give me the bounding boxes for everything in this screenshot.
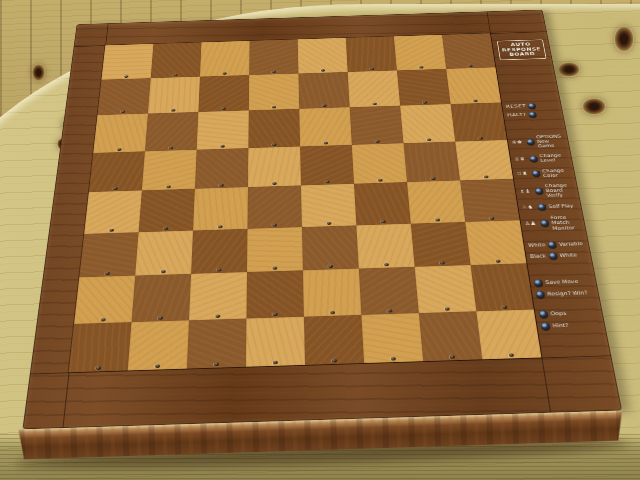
square-b4[interactable] xyxy=(139,189,195,232)
square-b5[interactable] xyxy=(142,149,197,190)
board-frame: AUTO RESPONSE BOARD RESETHALT?♔♚OPTIONS … xyxy=(22,10,622,430)
panel-row-self-play: ♘♞Self Play xyxy=(522,203,581,211)
panel-button-self-play[interactable] xyxy=(538,204,547,211)
sensor-hole xyxy=(96,366,101,370)
square-a5[interactable] xyxy=(89,151,145,192)
sensor-hole xyxy=(381,220,386,223)
sensor-hole xyxy=(370,67,374,69)
square-h4[interactable] xyxy=(460,179,520,222)
sensor-hole xyxy=(105,272,110,275)
panel-button-oops[interactable] xyxy=(539,310,549,317)
sensor-hole xyxy=(387,309,392,312)
panel-label: Resign? Win? xyxy=(547,290,588,297)
square-d5[interactable] xyxy=(248,146,301,187)
sensor-hole xyxy=(332,359,337,362)
sensor-hole xyxy=(419,66,423,68)
piece-symbols-icon: ♙♟ xyxy=(524,221,538,226)
panel-row-change-level: ♕♛Change Level xyxy=(514,153,572,164)
panel-label: HALT? xyxy=(507,112,527,117)
square-g2[interactable] xyxy=(415,265,477,313)
panel-label: Hint? xyxy=(552,323,569,329)
square-g8[interactable] xyxy=(394,35,446,70)
square-a7[interactable] xyxy=(97,78,150,115)
square-a4[interactable] xyxy=(84,190,142,233)
sensor-hole xyxy=(214,363,219,367)
sensor-hole xyxy=(215,314,220,317)
square-d1[interactable] xyxy=(246,316,305,366)
square-f5[interactable] xyxy=(352,143,407,184)
square-e2[interactable] xyxy=(303,269,361,317)
square-f3[interactable] xyxy=(356,223,414,268)
sensor-hole xyxy=(327,222,332,225)
sensor-hole xyxy=(272,143,276,146)
square-g5[interactable] xyxy=(403,141,460,182)
square-d4[interactable] xyxy=(247,185,301,228)
square-g1[interactable] xyxy=(419,311,482,361)
panel-label: RESET xyxy=(505,104,526,109)
square-d6[interactable] xyxy=(248,109,300,148)
sensor-hole xyxy=(124,75,128,77)
square-f7[interactable] xyxy=(348,70,400,107)
sensor-hole xyxy=(223,72,227,74)
piece-symbols-icon: ♖♜ xyxy=(516,172,530,177)
brand-label: AUTO RESPONSE BOARD xyxy=(497,39,547,60)
chessboard-assembly: AUTO RESPONSE BOARD RESETHALT?♔♚OPTIONS … xyxy=(7,0,626,480)
square-b6[interactable] xyxy=(145,112,198,151)
square-c8[interactable] xyxy=(200,41,250,76)
square-c2[interactable] xyxy=(189,272,247,320)
sensor-hole xyxy=(490,216,495,219)
sensor-hole xyxy=(161,270,166,273)
sensor-hole xyxy=(391,357,396,360)
sensor-hole xyxy=(431,177,436,180)
panel-label: OPTIONS New Game xyxy=(536,134,568,149)
sensor-hole xyxy=(109,228,114,231)
sensor-hole xyxy=(273,312,278,315)
sensor-hole xyxy=(423,101,427,104)
sensor-hole xyxy=(328,265,333,268)
panel-row-white: BlackWhite xyxy=(529,251,590,260)
sensor-hole xyxy=(450,355,455,358)
sensor-hole xyxy=(272,182,276,185)
square-g7[interactable] xyxy=(397,69,451,106)
sensor-hole xyxy=(273,361,278,365)
square-h8[interactable] xyxy=(442,33,495,68)
square-c5[interactable] xyxy=(195,148,248,189)
sensor-hole xyxy=(220,145,224,148)
panel-label: Change Board Verify xyxy=(545,183,578,199)
panel-label: Force Match Monitor xyxy=(550,215,584,231)
sensor-hole xyxy=(435,218,440,221)
sensor-hole xyxy=(272,223,276,226)
sensor-hole xyxy=(478,137,483,140)
sensor-hole xyxy=(496,260,501,263)
panel-button-variable[interactable] xyxy=(548,241,557,248)
panel-button-hint[interactable] xyxy=(541,322,551,330)
sensor-hole xyxy=(325,180,329,183)
sensor-hole xyxy=(502,305,507,308)
panel-button-save-move[interactable] xyxy=(534,279,543,286)
sensor-hole xyxy=(378,179,383,182)
square-e1[interactable] xyxy=(304,315,364,365)
sensor-hole xyxy=(473,100,477,103)
square-e6[interactable] xyxy=(299,107,352,146)
square-e3[interactable] xyxy=(302,225,359,270)
sensor-hole xyxy=(169,146,173,149)
piece-symbols-icon: ♕♛ xyxy=(514,157,528,162)
sensor-hole xyxy=(171,109,175,112)
sensor-hole xyxy=(158,316,163,319)
square-h7[interactable] xyxy=(446,67,501,104)
square-h3[interactable] xyxy=(465,220,526,265)
square-e5[interactable] xyxy=(300,145,354,186)
sensor-hole xyxy=(484,175,489,178)
piece-symbols-icon: ♔♚ xyxy=(511,140,524,145)
panel-label: Oops xyxy=(550,311,567,317)
piece-symbols-icon: ♗♝ xyxy=(519,189,533,194)
panel-row-oops: Oops xyxy=(539,309,602,318)
square-b8[interactable] xyxy=(151,42,202,78)
sensor-hole xyxy=(173,74,177,76)
panel-button-resign-win[interactable] xyxy=(536,291,546,298)
sensor-hole xyxy=(117,148,121,151)
sensor-hole xyxy=(272,70,276,72)
square-a1[interactable] xyxy=(69,322,132,373)
square-g6[interactable] xyxy=(400,104,455,143)
panel-label: White xyxy=(559,252,577,258)
panel-button-force-match-monitor[interactable] xyxy=(540,220,549,227)
panel-label: Black xyxy=(530,253,547,259)
square-g3[interactable] xyxy=(411,222,471,267)
square-f6[interactable] xyxy=(350,106,404,145)
square-f2[interactable] xyxy=(359,267,419,315)
panel-row-force-match-monitor: ♙♟Force Match Monitor xyxy=(524,215,585,232)
wood-knot xyxy=(614,26,634,52)
square-h2[interactable] xyxy=(471,263,534,311)
panel-label: Self Play xyxy=(548,204,574,210)
piece-symbols-icon: ♘♞ xyxy=(522,205,536,210)
sensor-hole xyxy=(468,64,472,66)
panel-label: Change Level xyxy=(539,153,571,163)
square-f1[interactable] xyxy=(361,313,423,363)
panel-row-halt: HALT? xyxy=(507,111,562,118)
square-e4[interactable] xyxy=(301,184,356,227)
sensor-hole xyxy=(330,311,335,314)
square-c4[interactable] xyxy=(193,187,248,230)
square-c6[interactable] xyxy=(197,110,249,149)
sensor-hole xyxy=(440,261,445,264)
square-h1[interactable] xyxy=(476,309,541,359)
sensor-hole xyxy=(222,107,226,110)
sensor-hole xyxy=(219,184,223,187)
panel-button-halt[interactable] xyxy=(528,112,537,118)
sensor-hole xyxy=(155,364,160,368)
panel-row-change-board-verify: ♗♝Change Board Verify xyxy=(518,183,578,199)
panel-button-reset[interactable] xyxy=(528,103,536,109)
panel-button-options-new-game[interactable] xyxy=(526,139,535,145)
panel-row-save-move: Save Move xyxy=(534,278,596,287)
square-a8[interactable] xyxy=(101,44,153,80)
panel-button-change-level[interactable] xyxy=(529,156,538,162)
square-a3[interactable] xyxy=(79,232,138,277)
square-b3[interactable] xyxy=(135,230,193,275)
square-d8[interactable] xyxy=(249,39,298,74)
panel-row-reset: RESET xyxy=(505,102,560,109)
square-c7[interactable] xyxy=(198,75,249,112)
square-d2[interactable] xyxy=(246,270,303,318)
square-f4[interactable] xyxy=(354,182,411,225)
sensor-hole xyxy=(218,225,223,228)
square-b1[interactable] xyxy=(128,320,189,371)
sensor-hole xyxy=(273,267,278,270)
panel-row-hint: Hint? xyxy=(541,321,604,330)
panel-row-options-new-game: ♔♚OPTIONS New Game xyxy=(511,134,569,150)
panel-label: Change Color xyxy=(542,168,574,179)
square-d3[interactable] xyxy=(247,227,303,272)
sensor-hole xyxy=(375,140,379,143)
square-c3[interactable] xyxy=(191,228,247,273)
square-h6[interactable] xyxy=(451,102,507,141)
chessboard-grid xyxy=(69,33,542,372)
square-g4[interactable] xyxy=(407,180,465,223)
panel-button-white[interactable] xyxy=(548,252,557,259)
square-e8[interactable] xyxy=(298,38,348,73)
sensor-hole xyxy=(113,187,118,190)
scene: AUTO RESPONSE BOARD RESETHALT?♔♚OPTIONS … xyxy=(0,0,640,480)
panel-label: White xyxy=(528,242,546,248)
square-d7[interactable] xyxy=(249,73,299,110)
sensor-hole xyxy=(373,103,377,106)
square-h5[interactable] xyxy=(455,140,513,181)
panel-button-change-board-verify[interactable] xyxy=(535,188,544,194)
square-a6[interactable] xyxy=(93,114,148,153)
panel-row-variable: WhiteVariable xyxy=(528,240,588,248)
sensor-hole xyxy=(445,307,450,310)
panel-label: Save Move xyxy=(545,279,579,286)
square-c1[interactable] xyxy=(187,318,247,369)
sensor-hole xyxy=(272,106,276,109)
sensor-hole xyxy=(166,185,171,188)
panel-row-resign-win: Resign? Win? xyxy=(536,289,598,298)
square-e7[interactable] xyxy=(298,72,349,109)
square-f8[interactable] xyxy=(346,36,397,71)
square-b7[interactable] xyxy=(148,76,200,113)
sensor-hole xyxy=(321,69,325,71)
panel-label: Variable xyxy=(558,241,583,247)
sensor-hole xyxy=(509,353,514,356)
sensor-hole xyxy=(427,138,432,141)
sensor-hole xyxy=(164,227,169,230)
sensor-hole xyxy=(384,263,389,266)
sensor-hole xyxy=(217,268,222,271)
sensor-hole xyxy=(324,141,328,144)
square-a2[interactable] xyxy=(74,276,135,324)
sensor-hole xyxy=(121,111,125,114)
panel-row-change-color: ♖♜Change Color xyxy=(516,168,574,179)
sensor-hole xyxy=(322,104,326,107)
square-b2[interactable] xyxy=(132,274,192,322)
sensor-hole xyxy=(101,318,106,321)
panel-button-change-color[interactable] xyxy=(532,171,541,177)
